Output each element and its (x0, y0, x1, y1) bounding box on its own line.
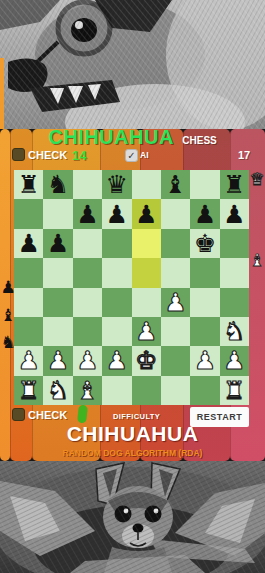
square-e5[interactable] (132, 258, 161, 287)
square-a8[interactable]: ♜ (14, 170, 43, 199)
square-d1[interactable] (102, 376, 131, 405)
app-title: CHIHUAHUA CHESS (0, 126, 265, 149)
square-f8[interactable]: ♝ (161, 170, 190, 199)
square-a5[interactable] (14, 258, 43, 287)
square-a7[interactable] (14, 199, 43, 228)
black-knight-b8: ♞ (47, 170, 69, 199)
square-d7[interactable]: ♟ (102, 199, 131, 228)
white-pawn-f4: ♟ (164, 288, 186, 317)
square-g4[interactable] (190, 288, 219, 317)
bottom-dog-image (0, 461, 265, 573)
footer-title: CHIHUAHUA (0, 422, 265, 446)
square-h4[interactable] (220, 288, 249, 317)
captured-white-queen: ♛ (248, 170, 265, 188)
square-h6[interactable] (220, 229, 249, 258)
captured-black-bishop: ♝ (0, 306, 17, 324)
square-a3[interactable] (14, 317, 43, 346)
title-chihuahua: CHIHUAHUA (48, 126, 174, 148)
square-d4[interactable] (102, 288, 131, 317)
square-c7[interactable]: ♟ (73, 199, 102, 228)
square-f2[interactable] (161, 346, 190, 375)
black-pawn-b6: ♟ (47, 229, 69, 258)
white-pawn-a2: ♟ (17, 346, 39, 375)
square-e4[interactable] (132, 288, 161, 317)
square-g8[interactable] (190, 170, 219, 199)
top-control-row: CHECK 14 ✓ AI 17 (0, 148, 265, 164)
footer-subtitle: RANDOM DOG ALGORITHM (RDA) (0, 448, 265, 458)
square-g5[interactable] (190, 258, 219, 287)
square-g1[interactable] (190, 376, 219, 405)
square-c5[interactable] (73, 258, 102, 287)
square-a2[interactable]: ♟ (14, 346, 43, 375)
white-pawn-e3: ♟ (135, 317, 157, 346)
square-d8[interactable]: ♛ (102, 170, 131, 199)
black-rook-h8: ♜ (223, 170, 245, 199)
square-e3[interactable]: ♟ (132, 317, 161, 346)
white-rook-a1: ♜ (17, 376, 39, 405)
square-f1[interactable] (161, 376, 190, 405)
captured-white-bishop: ♝ (248, 251, 265, 269)
black-pawn-a6: ♟ (17, 229, 39, 258)
black-rook-a8: ♜ (17, 170, 39, 199)
check-checkbox-bottom[interactable] (12, 408, 25, 421)
square-f4[interactable]: ♟ (161, 288, 190, 317)
square-g3[interactable] (190, 317, 219, 346)
square-b5[interactable] (43, 258, 72, 287)
square-c8[interactable] (73, 170, 102, 199)
square-g7[interactable]: ♟ (190, 199, 219, 228)
black-queen-d8: ♛ (106, 170, 128, 199)
square-f6[interactable] (161, 229, 190, 258)
white-knight-h3: ♞ (223, 317, 245, 346)
square-f3[interactable] (161, 317, 190, 346)
check-label-bottom: CHECK (28, 409, 67, 421)
square-b6[interactable]: ♟ (43, 229, 72, 258)
white-rook-h1: ♜ (223, 376, 245, 405)
ai-label: AI (140, 150, 149, 160)
square-e1[interactable] (132, 376, 161, 405)
square-a6[interactable]: ♟ (14, 229, 43, 258)
square-g2[interactable]: ♟ (190, 346, 219, 375)
black-pawn-h7: ♟ (223, 200, 245, 229)
square-h5[interactable] (220, 258, 249, 287)
square-a4[interactable] (14, 288, 43, 317)
square-e7[interactable]: ♟ (132, 199, 161, 228)
square-d5[interactable] (102, 258, 131, 287)
square-b8[interactable]: ♞ (43, 170, 72, 199)
square-c3[interactable] (73, 317, 102, 346)
square-a1[interactable]: ♜ (14, 376, 43, 405)
app-screen: CHIHUAHUA CHESS CHECK 14 ✓ AI 17 ♜♞♛♝♜♟♟… (0, 0, 265, 573)
check-checkbox-top[interactable] (12, 148, 25, 161)
check-label-top: CHECK (28, 149, 67, 161)
square-h2[interactable]: ♟ (220, 346, 249, 375)
white-bishop-c1: ♝ (76, 376, 98, 405)
black-pawn-e7: ♟ (135, 200, 157, 229)
square-c1[interactable]: ♝ (73, 376, 102, 405)
white-king-e2: ♚ (135, 346, 157, 375)
square-h1[interactable]: ♜ (220, 376, 249, 405)
square-b2[interactable]: ♟ (43, 346, 72, 375)
square-b3[interactable] (43, 317, 72, 346)
white-pawn-c2: ♟ (76, 346, 98, 375)
difficulty-indicator (77, 405, 88, 424)
white-knight-b1: ♞ (47, 376, 69, 405)
captured-black-knight: ♞ (0, 333, 17, 351)
white-pawn-d2: ♟ (106, 346, 128, 375)
ai-checkbox[interactable]: ✓ (125, 149, 138, 162)
black-pawn-c7: ♟ (76, 200, 98, 229)
white-pawn-g2: ♟ (194, 346, 216, 375)
square-c2[interactable]: ♟ (73, 346, 102, 375)
square-h7[interactable]: ♟ (220, 199, 249, 228)
chess-board: ♜♞♛♝♜♟♟♟♟♟♟♟♚♟♟♞♟♟♟♟♚♟♟♜♞♝♜ (14, 170, 249, 405)
square-h3[interactable]: ♞ (220, 317, 249, 346)
square-e2[interactable]: ♚ (132, 346, 161, 375)
square-d3[interactable] (102, 317, 131, 346)
square-b4[interactable] (43, 288, 72, 317)
check-count: 14 (72, 148, 86, 163)
square-e6[interactable] (132, 229, 161, 258)
left-edge-stripe (0, 58, 4, 129)
control-panel: CHIHUAHUA CHESS CHECK 14 ✓ AI 17 ♜♞♛♝♜♟♟… (0, 129, 265, 461)
square-b7[interactable] (43, 199, 72, 228)
square-c4[interactable] (73, 288, 102, 317)
opponent-count: 17 (238, 149, 250, 161)
square-e8[interactable] (132, 170, 161, 199)
black-king-g6: ♚ (194, 229, 216, 258)
top-dog-image (0, 0, 265, 129)
square-d2[interactable]: ♟ (102, 346, 131, 375)
square-c6[interactable] (73, 229, 102, 258)
captured-black-pawn: ♟ (0, 278, 17, 296)
difficulty-label: DIFFICULTY (113, 412, 160, 421)
white-pawn-b2: ♟ (47, 346, 69, 375)
square-f7[interactable] (161, 199, 190, 228)
black-bishop-f8: ♝ (164, 170, 186, 199)
square-g6[interactable]: ♚ (190, 229, 219, 258)
title-chess: CHESS (182, 135, 216, 146)
black-pawn-d7: ♟ (106, 200, 128, 229)
square-f5[interactable] (161, 258, 190, 287)
square-d6[interactable] (102, 229, 131, 258)
square-h8[interactable]: ♜ (220, 170, 249, 199)
black-pawn-g7: ♟ (194, 200, 216, 229)
white-pawn-h2: ♟ (223, 346, 245, 375)
square-b1[interactable]: ♞ (43, 376, 72, 405)
